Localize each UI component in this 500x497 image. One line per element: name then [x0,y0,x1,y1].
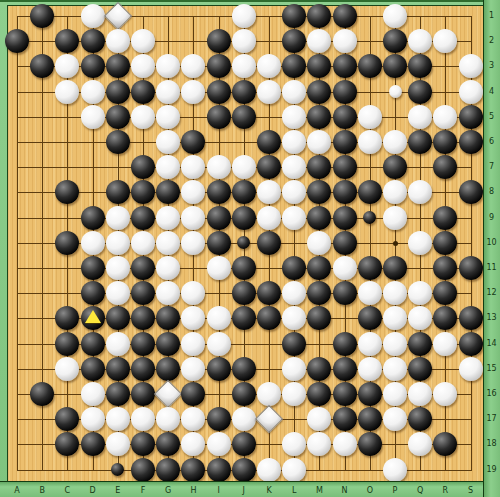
row-label-13: 13 [483,313,500,322]
black-stone-N5[interactable] [333,105,357,129]
black-stone-G8[interactable] [156,180,180,204]
white-stone-G6[interactable] [156,130,180,154]
black-stone-N8[interactable] [333,180,357,204]
white-stone-R14[interactable] [433,332,457,356]
black-stone-E15[interactable] [106,357,130,381]
white-stone-P1[interactable] [383,4,407,28]
black-stone-J11[interactable] [232,256,256,280]
column-label-K: K [262,486,276,495]
white-stone-L7[interactable] [282,155,306,179]
black-stone-K6[interactable] [257,130,281,154]
black-stone-N14[interactable] [333,332,357,356]
black-stone-D9[interactable] [81,206,105,230]
column-label-I: I [212,486,226,495]
white-stone-E10[interactable] [106,231,130,255]
black-stone-F4[interactable] [131,80,155,104]
white-stone-L19[interactable] [282,458,306,482]
row-label-3: 3 [483,61,500,70]
row-label-7: 7 [483,162,500,171]
column-label-B: B [35,486,49,495]
black-stone-L11[interactable] [282,256,306,280]
white-stone-O12[interactable] [358,281,382,305]
black-stone-M13[interactable] [307,306,331,330]
white-stone-L8[interactable] [282,180,306,204]
white-stone-G9[interactable] [156,206,180,230]
white-stone-K19[interactable] [257,458,281,482]
black-stone-F7[interactable] [131,155,155,179]
white-stone-D10[interactable] [81,231,105,255]
white-stone-H12[interactable] [181,281,205,305]
white-stone-Q16[interactable] [408,382,432,406]
white-stone-L15[interactable] [282,357,306,381]
white-stone-D4[interactable] [81,80,105,104]
column-label-S: S [464,486,478,495]
white-stone-H9[interactable] [181,206,205,230]
column-label-L: L [287,486,301,495]
black-stone-M7[interactable] [307,155,331,179]
white-stone-L6[interactable] [282,130,306,154]
go-board[interactable] [8,6,483,481]
white-stone-D17[interactable] [81,407,105,431]
column-label-C: C [60,486,74,495]
black-stone-F18[interactable] [131,432,155,456]
black-stone-S13[interactable] [459,306,483,330]
white-stone-O5[interactable] [358,105,382,129]
black-stone-I5[interactable] [207,105,231,129]
black-stone-S8[interactable] [459,180,483,204]
row-label-9: 9 [483,213,500,222]
black-stone-D14[interactable] [81,332,105,356]
white-stone-K4[interactable] [257,80,281,104]
white-stone-L9[interactable] [282,206,306,230]
white-stone-I13[interactable] [207,306,231,330]
column-label-N: N [338,486,352,495]
white-stone-R16[interactable] [433,382,457,406]
column-label-F: F [136,486,150,495]
white-stone-K8[interactable] [257,180,281,204]
column-label-E: E [111,486,125,495]
column-label-D: D [86,486,100,495]
black-stone-Q15[interactable] [408,357,432,381]
black-stone-G15[interactable] [156,357,180,381]
black-stone-J13[interactable] [232,306,256,330]
black-stone-N9[interactable] [333,206,357,230]
black-stone-R9[interactable] [433,206,457,230]
black-stone-I15[interactable] [207,357,231,381]
white-stone-P13[interactable] [383,306,407,330]
black-stone-N6[interactable] [333,130,357,154]
white-stone-S15[interactable] [459,357,483,381]
row-label-16: 16 [483,389,500,398]
black-stone-L3[interactable] [282,54,306,78]
row-label-5: 5 [483,112,500,121]
row-label-15: 15 [483,364,500,373]
column-label-Q: Q [413,486,427,495]
white-stone-J7[interactable] [232,155,256,179]
black-stone-G18[interactable] [156,432,180,456]
white-stone-M18[interactable] [307,432,331,456]
black-stone-M3[interactable] [307,54,331,78]
black-stone-E6[interactable] [106,130,130,154]
white-stone-E11[interactable] [106,256,130,280]
white-stone-D5[interactable] [81,105,105,129]
column-label-M: M [312,486,326,495]
black-stone-Q3[interactable] [408,54,432,78]
white-stone-M17[interactable] [307,407,331,431]
white-stone-Q18[interactable] [408,432,432,456]
white-stone-G12[interactable] [156,281,180,305]
black-stone-F19[interactable] [131,458,155,482]
black-stone-C14[interactable] [55,332,79,356]
black-stone-B16[interactable] [30,382,54,406]
white-stone-K16[interactable] [257,382,281,406]
black-stone-C17[interactable] [55,407,79,431]
black-stone-E16[interactable] [106,382,130,406]
black-stone-P7[interactable] [383,155,407,179]
white-stone-H17[interactable] [181,407,205,431]
black-stone-J8[interactable] [232,180,256,204]
black-stone-J15[interactable] [232,357,256,381]
white-stone-G11[interactable] [156,256,180,280]
white-stone-Q12[interactable] [408,281,432,305]
white-stone-P15[interactable] [383,357,407,381]
row-label-17: 17 [483,414,500,423]
white-stone-E17[interactable] [106,407,130,431]
white-stone-G10[interactable] [156,231,180,255]
black-stone-J4[interactable] [232,80,256,104]
column-label-H: H [186,486,200,495]
black-stone-N12[interactable] [333,281,357,305]
black-stone-C8[interactable] [55,180,79,204]
row-label-8: 8 [483,187,500,196]
black-stone-P11[interactable] [383,256,407,280]
white-stone-E12[interactable] [106,281,130,305]
black-stone-E8[interactable] [106,180,130,204]
black-stone-H6[interactable] [181,130,205,154]
white-stone-P6[interactable] [383,130,407,154]
black-stone-Q14[interactable] [408,332,432,356]
white-stone-N2[interactable] [333,29,357,53]
white-stone-I11[interactable] [207,256,231,280]
black-stone-O3[interactable] [358,54,382,78]
column-label-G: G [161,486,175,495]
black-stone-N17[interactable] [333,407,357,431]
row-label-12: 12 [483,288,500,297]
black-stone-M16[interactable] [307,382,331,406]
black-stone-D2[interactable] [81,29,105,53]
black-stone-O8[interactable] [358,180,382,204]
white-stone-E9[interactable] [106,206,130,230]
white-stone-J2[interactable] [232,29,256,53]
white-stone-L18[interactable] [282,432,306,456]
black-stone-I19[interactable] [207,458,231,482]
black-stone-F14[interactable] [131,332,155,356]
black-stone-D11[interactable] [81,256,105,280]
black-stone-A2[interactable] [5,29,29,53]
white-stone-O6[interactable] [358,130,382,154]
black-stone-E19-small[interactable] [111,463,124,476]
black-stone-I10[interactable] [207,231,231,255]
white-stone-P12[interactable] [383,281,407,305]
black-stone-E5[interactable] [106,105,130,129]
black-stone-R11[interactable] [433,256,457,280]
star-point [393,241,398,246]
black-stone-I8[interactable] [207,180,231,204]
black-stone-R10[interactable] [433,231,457,255]
black-stone-R12[interactable] [433,281,457,305]
row-label-18: 18 [483,439,500,448]
white-diamond-stone-K17[interactable] [255,405,283,433]
white-stone-H7[interactable] [181,155,205,179]
black-stone-C2[interactable] [55,29,79,53]
white-stone-Q10[interactable] [408,231,432,255]
black-stone-N15[interactable] [333,357,357,381]
black-stone-F13[interactable] [131,306,155,330]
column-label-P: P [388,486,402,495]
white-stone-M10[interactable] [307,231,331,255]
black-stone-F8[interactable] [131,180,155,204]
white-stone-J3[interactable] [232,54,256,78]
black-stone-M12[interactable] [307,281,331,305]
black-stone-Q4[interactable] [408,80,432,104]
white-stone-K3[interactable] [257,54,281,78]
black-stone-S11[interactable] [459,256,483,280]
white-stone-F3[interactable] [131,54,155,78]
white-stone-L4[interactable] [282,80,306,104]
white-stone-I14[interactable] [207,332,231,356]
white-stone-O15[interactable] [358,357,382,381]
white-stone-M6[interactable] [307,130,331,154]
black-stone-C13[interactable] [55,306,79,330]
black-stone-I4[interactable] [207,80,231,104]
black-stone-B1[interactable] [30,4,54,28]
black-stone-F11[interactable] [131,256,155,280]
black-stone-D15[interactable] [81,357,105,381]
white-stone-R2[interactable] [433,29,457,53]
white-stone-G4[interactable] [156,80,180,104]
white-stone-G7[interactable] [156,155,180,179]
row-label-19: 19 [483,465,500,474]
white-stone-H14[interactable] [181,332,205,356]
black-stone-C18[interactable] [55,432,79,456]
black-stone-E4[interactable] [106,80,130,104]
black-stone-D18[interactable] [81,432,105,456]
black-stone-F15[interactable] [131,357,155,381]
white-stone-F10[interactable] [131,231,155,255]
black-stone-L2[interactable] [282,29,306,53]
black-stone-D3[interactable] [81,54,105,78]
black-stone-F12[interactable] [131,281,155,305]
black-stone-I3[interactable] [207,54,231,78]
white-stone-P9[interactable] [383,206,407,230]
white-stone-S4[interactable] [459,80,483,104]
white-stone-E18[interactable] [106,432,130,456]
black-stone-N10[interactable] [333,231,357,255]
black-stone-K12[interactable] [257,281,281,305]
white-stone-P14[interactable] [383,332,407,356]
white-stone-E2[interactable] [106,29,130,53]
black-stone-B3[interactable] [30,54,54,78]
black-stone-S6[interactable] [459,130,483,154]
white-stone-C3[interactable] [55,54,79,78]
white-diamond-stone-G16[interactable] [154,380,182,408]
row-label-6: 6 [483,137,500,146]
black-stone-M11[interactable] [307,256,331,280]
black-stone-N16[interactable] [333,382,357,406]
white-stone-R5[interactable] [433,105,457,129]
black-stone-G14[interactable] [156,332,180,356]
row-label-11: 11 [483,263,500,272]
black-stone-L14[interactable] [282,332,306,356]
white-stone-P17[interactable] [383,407,407,431]
black-stone-D12[interactable] [81,281,105,305]
black-stone-M8[interactable] [307,180,331,204]
row-label-2: 2 [483,36,500,45]
black-stone-H16[interactable] [181,382,205,406]
white-stone-J17[interactable] [232,407,256,431]
go-app-window: ABCDEFGHIJKLMNOPQRS123456789101112131415… [0,0,500,497]
white-stone-J1[interactable] [232,4,256,28]
black-stone-O13[interactable] [358,306,382,330]
white-stone-L16[interactable] [282,382,306,406]
black-stone-N7[interactable] [333,155,357,179]
black-stone-J19[interactable] [232,458,256,482]
black-stone-J10-small[interactable] [237,236,250,249]
white-stone-H3[interactable] [181,54,205,78]
black-stone-M5[interactable] [307,105,331,129]
black-stone-I17[interactable] [207,407,231,431]
black-stone-R13[interactable] [433,306,457,330]
column-label-O: O [363,486,377,495]
white-stone-H10[interactable] [181,231,205,255]
black-stone-Q17[interactable] [408,407,432,431]
white-stone-P19[interactable] [383,458,407,482]
white-stone-F17[interactable] [131,407,155,431]
black-stone-M4[interactable] [307,80,331,104]
black-stone-N3[interactable] [333,54,357,78]
white-stone-I18[interactable] [207,432,231,456]
black-stone-M1[interactable] [307,4,331,28]
black-stone-C10[interactable] [55,231,79,255]
white-stone-D16[interactable] [81,382,105,406]
white-stone-L5[interactable] [282,105,306,129]
white-stone-D1[interactable] [81,4,105,28]
black-stone-O9-small[interactable] [363,211,376,224]
black-stone-R18[interactable] [433,432,457,456]
black-stone-J16[interactable] [232,382,256,406]
white-stone-I7[interactable] [207,155,231,179]
white-stone-S3[interactable] [459,54,483,78]
black-stone-I9[interactable] [207,206,231,230]
row-label-10: 10 [483,238,500,247]
white-stone-P8[interactable] [383,180,407,204]
column-label-J: J [237,486,251,495]
black-stone-J5[interactable] [232,105,256,129]
black-stone-S14[interactable] [459,332,483,356]
white-stone-C15[interactable] [55,357,79,381]
white-stone-H13[interactable] [181,306,205,330]
black-stone-F9[interactable] [131,206,155,230]
white-stone-Q8[interactable] [408,180,432,204]
black-stone-S5[interactable] [459,105,483,129]
black-stone-J9[interactable] [232,206,256,230]
white-stone-H4[interactable] [181,80,205,104]
black-stone-E13[interactable] [106,306,130,330]
white-stone-K9[interactable] [257,206,281,230]
black-stone-O11[interactable] [358,256,382,280]
row-label-1: 1 [483,11,500,20]
white-stone-C4[interactable] [55,80,79,104]
white-diamond-stone-E1[interactable] [104,2,132,30]
black-stone-Q6[interactable] [408,130,432,154]
white-stone-Q13[interactable] [408,306,432,330]
white-stone-H18[interactable] [181,432,205,456]
black-stone-P2[interactable] [383,29,407,53]
black-stone-R7[interactable] [433,155,457,179]
black-stone-K7[interactable] [257,155,281,179]
white-stone-E14[interactable] [106,332,130,356]
white-stone-G5[interactable] [156,105,180,129]
white-stone-L13[interactable] [282,306,306,330]
black-stone-I2[interactable] [207,29,231,53]
white-stone-H15[interactable] [181,357,205,381]
row-label-14: 14 [483,339,500,348]
white-stone-N18[interactable] [333,432,357,456]
white-stone-O14[interactable] [358,332,382,356]
black-stone-J12[interactable] [232,281,256,305]
black-stone-L1[interactable] [282,4,306,28]
white-stone-N11[interactable] [333,256,357,280]
white-stone-F2[interactable] [131,29,155,53]
white-stone-Q2[interactable] [408,29,432,53]
column-label-A: A [10,486,24,495]
white-stone-P16[interactable] [383,382,407,406]
white-stone-G3[interactable] [156,54,180,78]
white-stone-H8[interactable] [181,180,205,204]
black-stone-G13[interactable] [156,306,180,330]
black-stone-E3[interactable] [106,54,130,78]
black-stone-J18[interactable] [232,432,256,456]
row-label-4: 4 [483,87,500,96]
black-stone-H19[interactable] [181,458,205,482]
black-stone-K10[interactable] [257,231,281,255]
black-stone-R6[interactable] [433,130,457,154]
black-stone-M9[interactable] [307,206,331,230]
black-stone-O17[interactable] [358,407,382,431]
black-stone-N4[interactable] [333,80,357,104]
black-stone-P3[interactable] [383,54,407,78]
black-stone-K13[interactable] [257,306,281,330]
white-stone-Q5[interactable] [408,105,432,129]
black-stone-M15[interactable] [307,357,331,381]
white-stone-G17[interactable] [156,407,180,431]
triangle-marker-D13 [85,310,101,323]
black-stone-N1[interactable] [333,4,357,28]
black-stone-F16[interactable] [131,382,155,406]
white-stone-M2[interactable] [307,29,331,53]
white-stone-L12[interactable] [282,281,306,305]
black-stone-O16[interactable] [358,382,382,406]
black-stone-G19[interactable] [156,458,180,482]
black-stone-O18[interactable] [358,432,382,456]
white-stone-P4-small[interactable] [389,85,402,98]
column-label-R: R [438,486,452,495]
white-stone-F5[interactable] [131,105,155,129]
